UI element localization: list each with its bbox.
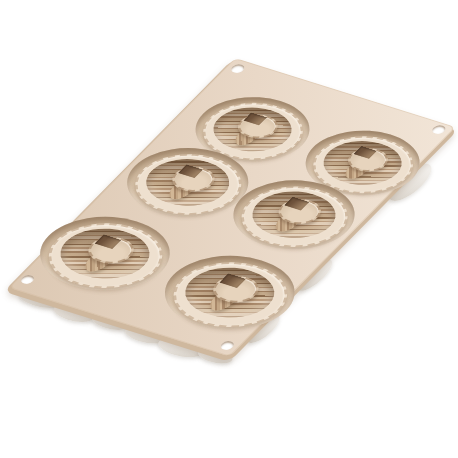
product-photo [0,0,458,458]
silicone-mold-tray [9,58,456,357]
